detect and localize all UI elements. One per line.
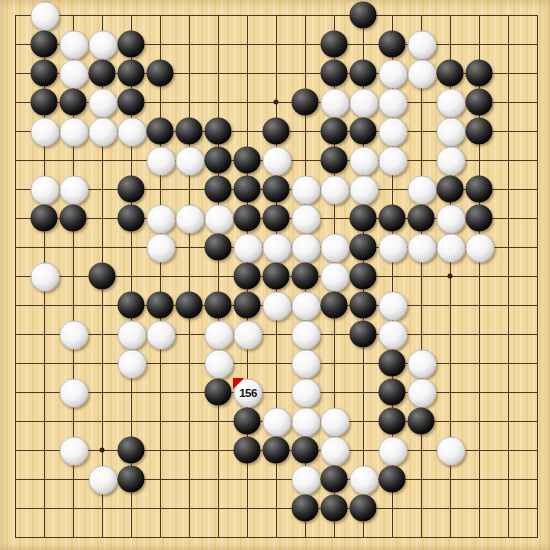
white-stone (205, 321, 234, 350)
black-stone (205, 147, 232, 174)
white-stone (350, 147, 379, 176)
black-stone (437, 176, 464, 203)
black-stone (234, 147, 261, 174)
white-stone (176, 205, 205, 234)
white-stone (60, 176, 89, 205)
black-stone (321, 147, 348, 174)
white-stone (292, 350, 321, 379)
black-stone (350, 60, 377, 87)
white-stone (31, 118, 60, 147)
white-stone (379, 89, 408, 118)
white-stone (60, 379, 89, 408)
white-stone (89, 466, 118, 495)
black-stone (379, 205, 406, 232)
black-stone (466, 176, 493, 203)
white-stone (60, 60, 89, 89)
black-stone (350, 234, 377, 261)
white-stone (408, 379, 437, 408)
white-stone (60, 437, 89, 466)
grid-line-horizontal (15, 334, 538, 335)
white-stone (292, 176, 321, 205)
white-stone (292, 321, 321, 350)
black-stone (466, 60, 493, 87)
grid-line-horizontal (15, 392, 538, 393)
black-stone (118, 31, 145, 58)
black-stone (408, 205, 435, 232)
black-stone (379, 408, 406, 435)
star-point (448, 274, 453, 279)
white-stone (350, 176, 379, 205)
black-stone (234, 437, 261, 464)
black-stone (379, 379, 406, 406)
star-point (274, 100, 279, 105)
black-stone (321, 292, 348, 319)
white-stone (350, 89, 379, 118)
white-stone (205, 205, 234, 234)
white-stone (408, 31, 437, 60)
black-stone (263, 176, 290, 203)
black-stone (31, 205, 58, 232)
white-stone (408, 60, 437, 89)
white-stone (408, 176, 437, 205)
black-stone (118, 466, 145, 493)
white-stone (292, 292, 321, 321)
grid-line-horizontal (15, 508, 538, 509)
white-stone (263, 408, 292, 437)
grid-line-horizontal (15, 537, 538, 538)
white-stone (379, 321, 408, 350)
black-stone (321, 60, 348, 87)
last-move-red-triangle-marker (233, 378, 244, 389)
white-stone (118, 118, 147, 147)
white-stone (118, 350, 147, 379)
white-stone (437, 234, 466, 263)
star-point (100, 448, 105, 453)
white-stone (379, 60, 408, 89)
black-stone (147, 118, 174, 145)
white-stone (321, 437, 350, 466)
black-stone (205, 176, 232, 203)
black-stone (292, 437, 319, 464)
white-stone (147, 234, 176, 263)
white-stone (379, 437, 408, 466)
white-stone (234, 234, 263, 263)
white-stone (263, 292, 292, 321)
white-stone (176, 147, 205, 176)
white-stone (89, 89, 118, 118)
black-stone (263, 263, 290, 290)
black-stone (350, 2, 377, 29)
black-stone (31, 60, 58, 87)
black-stone (466, 118, 493, 145)
white-stone (292, 379, 321, 408)
black-stone (60, 89, 87, 116)
black-stone (263, 118, 290, 145)
white-stone (147, 205, 176, 234)
white-stone (466, 234, 495, 263)
white-stone (437, 437, 466, 466)
black-stone (118, 60, 145, 87)
black-stone (118, 176, 145, 203)
white-stone (60, 321, 89, 350)
white-stone (292, 466, 321, 495)
white-stone (379, 147, 408, 176)
black-stone (205, 118, 232, 145)
white-stone (379, 234, 408, 263)
white-stone (437, 89, 466, 118)
black-stone (176, 118, 203, 145)
white-stone (321, 408, 350, 437)
white-stone (350, 466, 379, 495)
black-stone (321, 466, 348, 493)
white-stone (60, 31, 89, 60)
black-stone (437, 60, 464, 87)
black-stone (321, 31, 348, 58)
white-stone (31, 2, 60, 31)
white-stone (379, 292, 408, 321)
white-stone (89, 31, 118, 60)
go-board[interactable]: 156 (0, 0, 550, 550)
black-stone (118, 437, 145, 464)
black-stone (292, 495, 319, 522)
grid-line-vertical (421, 15, 422, 538)
white-stone (31, 263, 60, 292)
black-stone (350, 495, 377, 522)
black-stone (379, 350, 406, 377)
white-stone (437, 118, 466, 147)
black-stone (31, 31, 58, 58)
black-stone (89, 60, 116, 87)
black-stone (89, 263, 116, 290)
white-stone (31, 176, 60, 205)
white-stone (263, 234, 292, 263)
black-stone (379, 466, 406, 493)
black-stone (350, 205, 377, 232)
grid-line-horizontal (15, 363, 538, 364)
white-stone (234, 321, 263, 350)
white-stone (437, 205, 466, 234)
black-stone (147, 60, 174, 87)
white-stone (147, 321, 176, 350)
white-stone (408, 234, 437, 263)
black-stone (321, 495, 348, 522)
black-stone (205, 379, 232, 406)
black-stone (147, 292, 174, 319)
black-stone (205, 292, 232, 319)
black-stone (263, 205, 290, 232)
white-stone (321, 263, 350, 292)
black-stone (234, 292, 261, 319)
black-stone (31, 89, 58, 116)
white-stone (292, 234, 321, 263)
white-stone (321, 89, 350, 118)
black-stone (118, 292, 145, 319)
white-stone (147, 147, 176, 176)
black-stone (379, 31, 406, 58)
black-stone (292, 263, 319, 290)
black-stone (466, 205, 493, 232)
white-stone (292, 408, 321, 437)
black-stone (350, 263, 377, 290)
black-stone (234, 263, 261, 290)
black-stone (263, 437, 290, 464)
black-stone (118, 89, 145, 116)
black-stone (350, 118, 377, 145)
black-stone (118, 205, 145, 232)
white-stone (437, 147, 466, 176)
white-stone (408, 350, 437, 379)
white-stone (321, 234, 350, 263)
black-stone (234, 176, 261, 203)
black-stone (176, 292, 203, 319)
white-stone (89, 118, 118, 147)
black-stone (408, 408, 435, 435)
black-stone (292, 89, 319, 116)
white-stone (263, 147, 292, 176)
white-stone (60, 118, 89, 147)
black-stone (205, 234, 232, 261)
white-stone (118, 321, 147, 350)
black-stone (234, 408, 261, 435)
grid-line-vertical (537, 15, 538, 538)
black-stone (234, 205, 261, 232)
white-stone (205, 350, 234, 379)
black-stone (60, 205, 87, 232)
white-stone (379, 118, 408, 147)
white-stone (321, 176, 350, 205)
grid-line-vertical (508, 15, 509, 538)
black-stone (350, 292, 377, 319)
black-stone (466, 89, 493, 116)
black-stone (321, 118, 348, 145)
white-stone (292, 205, 321, 234)
black-stone (350, 321, 377, 348)
